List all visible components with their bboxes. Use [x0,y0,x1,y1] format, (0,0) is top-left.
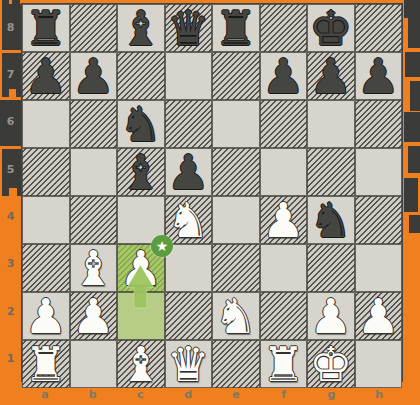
frame-block [409,215,420,233]
square-f7[interactable]: ♟ [260,52,308,100]
square-f1[interactable]: ♜ [260,340,308,388]
rank-label-8: 8 [0,21,21,34]
square-e5[interactable] [212,148,260,196]
best-move-star-badge: ★ [151,235,173,257]
frame-notch [9,89,16,97]
square-d2[interactable] [165,292,213,340]
square-d7[interactable] [165,52,213,100]
frame-block [410,81,420,111]
frame-block [404,0,420,18]
square-b8[interactable] [70,4,118,52]
file-label-g: g [308,388,356,401]
square-e6[interactable] [212,100,260,148]
square-f6[interactable] [260,100,308,148]
square-d4[interactable]: ♞ [165,196,213,244]
square-g2[interactable]: ♟ [307,292,355,340]
piece-black-bishop[interactable]: ♝ [119,4,162,52]
square-b2[interactable]: ♟ [70,292,118,340]
piece-black-queen[interactable]: ♛ [167,4,210,52]
piece-white-pawn[interactable]: ♟ [72,292,115,340]
piece-black-pawn[interactable]: ♟ [262,52,305,100]
square-f8[interactable] [260,4,308,52]
square-a1[interactable]: ♜ [22,340,70,388]
square-h3[interactable] [355,244,403,292]
square-g7[interactable]: ♟ [307,52,355,100]
star-icon: ★ [156,239,169,253]
piece-white-bishop[interactable]: ♝ [119,340,162,388]
piece-white-king[interactable]: ♚ [309,340,352,388]
frame-block [408,18,420,48]
piece-black-rook[interactable]: ♜ [24,4,67,52]
piece-white-rook[interactable]: ♜ [262,340,305,388]
file-label-a: a [21,388,69,401]
square-a4[interactable] [22,196,70,244]
piece-white-bishop[interactable]: ♝ [72,244,115,292]
rank-label-3: 3 [0,257,21,270]
square-f5[interactable] [260,148,308,196]
square-e8[interactable]: ♜ [212,4,260,52]
square-h1[interactable] [355,340,403,388]
chess-board: ♜♝♛♜♚♟♟♟♟♟♞♝♟♞♟♞♝♟♟♟♞♟♟♜♝♛♜♚ [21,3,403,382]
file-label-c: c [117,388,165,401]
square-b3[interactable]: ♝ [70,244,118,292]
square-b1[interactable] [70,340,118,388]
piece-black-pawn[interactable]: ♟ [309,52,352,100]
piece-white-pawn[interactable]: ♟ [357,292,400,340]
square-g8[interactable]: ♚ [307,4,355,52]
file-label-f: f [260,388,308,401]
square-c7[interactable] [117,52,165,100]
piece-white-rook[interactable]: ♜ [24,340,67,388]
square-g6[interactable] [307,100,355,148]
frame-notch [9,188,17,196]
square-h2[interactable]: ♟ [355,292,403,340]
frame-block [408,146,420,173]
square-f2[interactable] [260,292,308,340]
piece-black-bishop[interactable]: ♝ [119,148,162,196]
piece-black-king[interactable]: ♚ [309,4,352,52]
square-a6[interactable] [22,100,70,148]
file-label-d: d [164,388,212,401]
rank-label-4: 4 [0,210,21,223]
square-g5[interactable] [307,148,355,196]
piece-black-knight[interactable]: ♞ [309,196,352,244]
square-c8[interactable]: ♝ [117,4,165,52]
square-h7[interactable]: ♟ [355,52,403,100]
square-a7[interactable]: ♟ [22,52,70,100]
piece-black-pawn[interactable]: ♟ [167,148,210,196]
square-f4[interactable]: ♟ [260,196,308,244]
square-c5[interactable]: ♝ [117,148,165,196]
square-b5[interactable] [70,148,118,196]
piece-black-rook[interactable]: ♜ [214,4,257,52]
square-d5[interactable]: ♟ [165,148,213,196]
square-d8[interactable]: ♛ [165,4,213,52]
square-h5[interactable] [355,148,403,196]
piece-black-pawn[interactable]: ♟ [72,52,115,100]
piece-black-pawn[interactable]: ♟ [357,52,400,100]
rank-label-2: 2 [0,305,21,318]
square-g3[interactable] [307,244,355,292]
piece-white-knight[interactable]: ♞ [167,196,210,244]
frame-block [404,178,418,212]
square-e2[interactable]: ♞ [212,292,260,340]
square-a5[interactable] [22,148,70,196]
square-b4[interactable] [70,196,118,244]
square-h4[interactable] [355,196,403,244]
piece-white-pawn[interactable]: ♟ [24,292,67,340]
square-c6[interactable]: ♞ [117,100,165,148]
piece-black-pawn[interactable]: ♟ [24,52,67,100]
square-h8[interactable] [355,4,403,52]
square-e7[interactable] [212,52,260,100]
piece-white-knight[interactable]: ♞ [214,292,257,340]
piece-black-knight[interactable]: ♞ [119,100,162,148]
square-h6[interactable] [355,100,403,148]
rank-label-7: 7 [0,68,21,81]
square-d6[interactable] [165,100,213,148]
frame-block [404,112,420,142]
square-a2[interactable]: ♟ [22,292,70,340]
square-g1[interactable]: ♚ [307,340,355,388]
piece-white-queen[interactable]: ♛ [167,340,210,388]
rank-label-5: 5 [0,163,21,176]
file-label-h: h [355,388,403,401]
square-d1[interactable]: ♛ [165,340,213,388]
square-e1[interactable] [212,340,260,388]
file-label-b: b [69,388,117,401]
rank-label-6: 6 [0,115,21,128]
square-e4[interactable] [212,196,260,244]
square-b6[interactable] [70,100,118,148]
square-a8[interactable]: ♜ [22,4,70,52]
piece-white-pawn[interactable]: ♟ [309,292,352,340]
rank-label-1: 1 [0,352,21,365]
square-g4[interactable]: ♞ [307,196,355,244]
file-label-e: e [212,388,260,401]
piece-white-pawn[interactable]: ♟ [262,196,305,244]
square-c1[interactable]: ♝ [117,340,165,388]
frame-block [405,52,420,77]
square-f3[interactable] [260,244,308,292]
square-e3[interactable] [212,244,260,292]
square-a3[interactable] [22,244,70,292]
square-c2[interactable] [117,292,165,340]
board-frame: ♜♝♛♜♚♟♟♟♟♟♞♝♟♞♟♞♝♟♟♟♞♟♟♜♝♛♜♚ 87654321abc… [0,0,420,405]
square-b7[interactable]: ♟ [70,52,118,100]
